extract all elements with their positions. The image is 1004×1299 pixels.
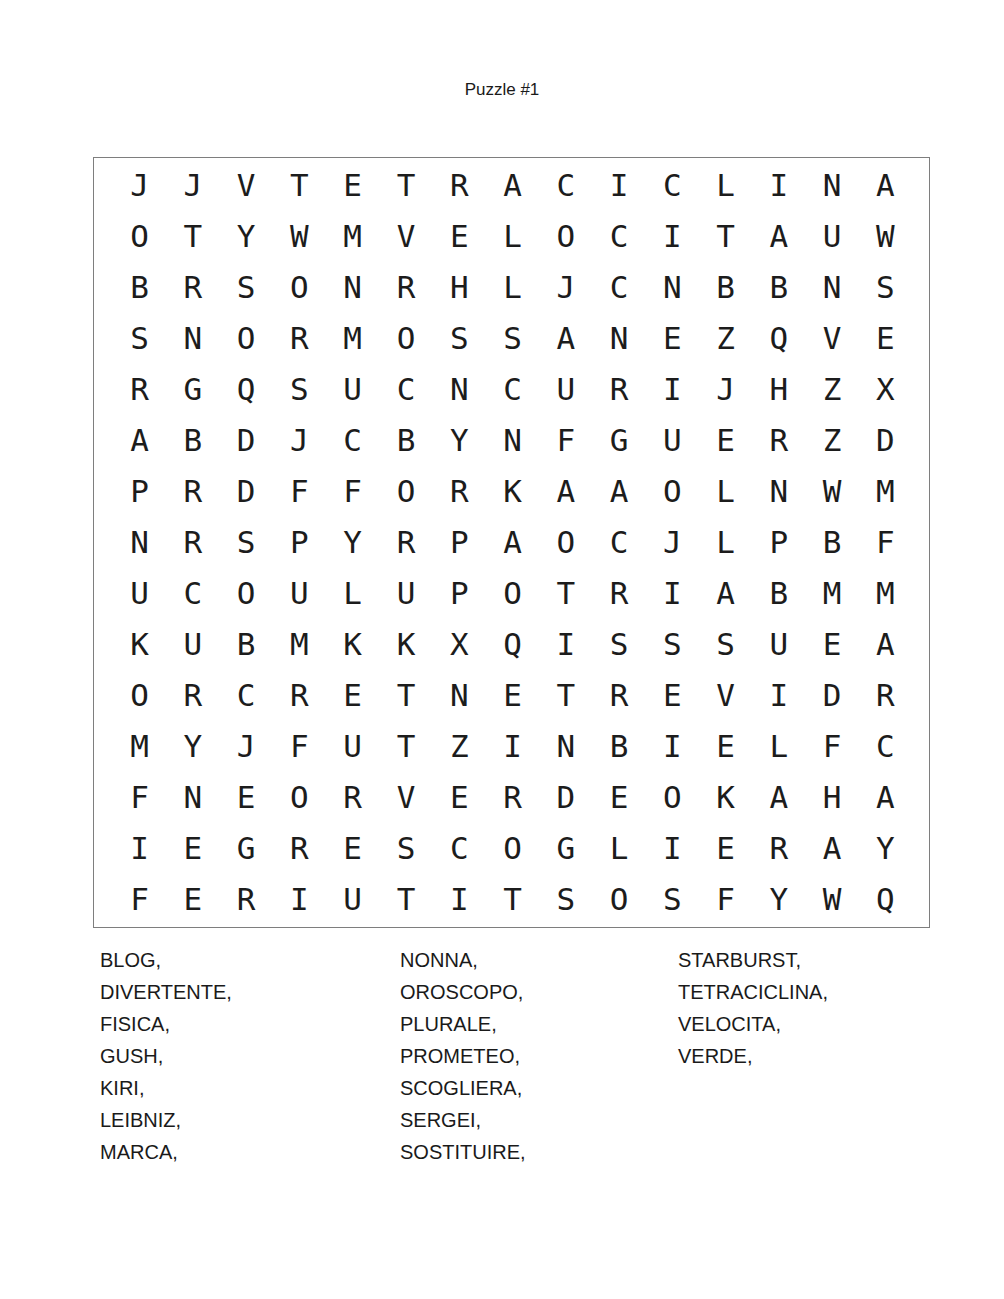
grid-cell: I	[646, 823, 699, 874]
grid-cell: P	[433, 517, 486, 568]
grid-cell: P	[113, 466, 166, 517]
grid-cell: H	[752, 364, 805, 415]
grid-cell: V	[805, 313, 858, 364]
grid-cell: P	[433, 568, 486, 619]
grid-cell: U	[326, 721, 379, 772]
grid-cell: U	[113, 568, 166, 619]
grid-cell: G	[592, 415, 645, 466]
grid-cell: E	[646, 313, 699, 364]
grid-cell: J	[220, 721, 273, 772]
word-item: VERDE,	[678, 1040, 828, 1072]
grid-cell: N	[326, 262, 379, 313]
grid-cell: E	[433, 211, 486, 262]
grid-cell: S	[220, 517, 273, 568]
grid-cell: E	[486, 670, 539, 721]
grid-cell: R	[166, 262, 219, 313]
grid-cell: E	[699, 415, 752, 466]
grid-cell: O	[646, 772, 699, 823]
grid-cell: K	[379, 619, 432, 670]
puzzle-title: Puzzle #1	[0, 80, 1004, 100]
grid-cell: J	[539, 262, 592, 313]
grid-cell: L	[699, 517, 752, 568]
grid-cell: E	[166, 874, 219, 925]
grid-cell: U	[539, 364, 592, 415]
grid-cell: B	[752, 568, 805, 619]
word-list-column-2: NONNA,OROSCOPO,PLURALE,PROMETEO,SCOGLIER…	[400, 944, 526, 1168]
word-item: PROMETEO,	[400, 1040, 526, 1072]
grid-cell: U	[166, 619, 219, 670]
grid-cell: M	[326, 313, 379, 364]
grid-cell: V	[220, 160, 273, 211]
grid-cell: Y	[166, 721, 219, 772]
grid-cell: K	[486, 466, 539, 517]
grid-cell: D	[220, 466, 273, 517]
grid-cell: K	[113, 619, 166, 670]
grid-cell: R	[166, 517, 219, 568]
grid-cell: R	[113, 364, 166, 415]
grid-cell: O	[379, 313, 432, 364]
grid-cell: K	[699, 772, 752, 823]
grid-cell: A	[859, 772, 912, 823]
grid-cell: C	[220, 670, 273, 721]
grid-cell: M	[113, 721, 166, 772]
grid-cell: I	[113, 823, 166, 874]
grid-cell: O	[539, 211, 592, 262]
grid-cell: O	[539, 517, 592, 568]
grid-cell: R	[273, 823, 326, 874]
grid-cell: D	[539, 772, 592, 823]
grid-cell: D	[805, 670, 858, 721]
grid-cell: F	[113, 874, 166, 925]
grid-cell: U	[326, 874, 379, 925]
grid-cell: M	[859, 466, 912, 517]
word-item: TETRACICLINA,	[678, 976, 828, 1008]
grid-cell: C	[539, 160, 592, 211]
grid-cell: N	[539, 721, 592, 772]
grid-cell: F	[539, 415, 592, 466]
grid-cell: R	[273, 313, 326, 364]
grid-cell: M	[326, 211, 379, 262]
grid-cell: X	[859, 364, 912, 415]
grid-cell: S	[433, 313, 486, 364]
grid-cell: C	[859, 721, 912, 772]
grid-cell: R	[752, 415, 805, 466]
grid-cell: W	[805, 466, 858, 517]
grid-cell: U	[379, 568, 432, 619]
grid-cell: Y	[752, 874, 805, 925]
grid-cell: F	[273, 721, 326, 772]
grid-cell: S	[486, 313, 539, 364]
grid-cell: E	[326, 670, 379, 721]
grid-cell: R	[592, 568, 645, 619]
grid-cell: R	[433, 160, 486, 211]
grid-cell: L	[486, 211, 539, 262]
grid-cell: C	[592, 517, 645, 568]
grid-cell: Y	[220, 211, 273, 262]
grid-cell: F	[805, 721, 858, 772]
grid-cell: W	[273, 211, 326, 262]
grid-cell: O	[379, 466, 432, 517]
grid-cell: L	[592, 823, 645, 874]
grid-cell: R	[220, 874, 273, 925]
grid-cell: T	[273, 160, 326, 211]
word-item: PLURALE,	[400, 1008, 526, 1040]
grid-cell: E	[166, 823, 219, 874]
grid-cell: U	[805, 211, 858, 262]
grid-cell: O	[592, 874, 645, 925]
grid-cell: A	[539, 313, 592, 364]
grid-cell: O	[486, 823, 539, 874]
grid-cell: N	[752, 466, 805, 517]
grid-cell: B	[113, 262, 166, 313]
grid-cell: N	[166, 313, 219, 364]
word-item: FISICA,	[100, 1008, 232, 1040]
grid-cell: F	[699, 874, 752, 925]
grid-cell: S	[379, 823, 432, 874]
grid-cell: E	[592, 772, 645, 823]
grid-cell: I	[752, 670, 805, 721]
grid-cell: R	[379, 262, 432, 313]
grid-cell: T	[379, 874, 432, 925]
grid-cell: A	[539, 466, 592, 517]
grid-cell: O	[273, 262, 326, 313]
grid-cell: N	[433, 670, 486, 721]
puzzle-page: Puzzle #1 JJVTETRACICLINAOTYWMVELOCITAUW…	[0, 0, 1004, 1299]
grid-cell: B	[220, 619, 273, 670]
grid-cell: T	[379, 160, 432, 211]
grid-cell: O	[486, 568, 539, 619]
grid-cell: T	[166, 211, 219, 262]
grid-cell: I	[646, 568, 699, 619]
grid-cell: A	[805, 823, 858, 874]
grid-cell: N	[805, 160, 858, 211]
grid-cell: B	[166, 415, 219, 466]
grid-cell: D	[859, 415, 912, 466]
grid-cell: B	[805, 517, 858, 568]
grid-cell: C	[646, 160, 699, 211]
grid-cell: U	[752, 619, 805, 670]
word-item: STARBURST,	[678, 944, 828, 976]
grid-cell: T	[539, 670, 592, 721]
grid-cell: P	[273, 517, 326, 568]
grid-cell: T	[379, 670, 432, 721]
grid-cell: G	[539, 823, 592, 874]
word-item: BLOG,	[100, 944, 232, 976]
grid-cell: O	[646, 466, 699, 517]
grid-cell: N	[805, 262, 858, 313]
grid-cell: B	[699, 262, 752, 313]
grid-cell: W	[859, 211, 912, 262]
grid-cell: Z	[433, 721, 486, 772]
grid-cell: R	[166, 670, 219, 721]
grid-cell: Q	[859, 874, 912, 925]
grid-cell: R	[433, 466, 486, 517]
grid-cell: N	[113, 517, 166, 568]
word-item: SCOGLIERA,	[400, 1072, 526, 1104]
grid-cell: M	[805, 568, 858, 619]
grid-cell: T	[486, 874, 539, 925]
grid-cell: N	[646, 262, 699, 313]
grid-cell: Q	[220, 364, 273, 415]
grid-cell: L	[699, 466, 752, 517]
grid-cell: I	[646, 721, 699, 772]
grid-cell: H	[433, 262, 486, 313]
word-list-column-1: BLOG,DIVERTENTE,FISICA,GUSH,KIRI,LEIBNIZ…	[100, 944, 232, 1168]
grid-cell: C	[326, 415, 379, 466]
grid-cell: V	[699, 670, 752, 721]
grid-cell: Y	[433, 415, 486, 466]
grid-cell: O	[113, 211, 166, 262]
grid-cell: E	[220, 772, 273, 823]
grid-cell: L	[699, 160, 752, 211]
grid-cell: C	[486, 364, 539, 415]
grid-cell: R	[592, 670, 645, 721]
grid-cell: Q	[486, 619, 539, 670]
grid-cell: C	[592, 211, 645, 262]
grid-cell: J	[166, 160, 219, 211]
grid-cell: T	[699, 211, 752, 262]
grid-cell: B	[752, 262, 805, 313]
grid-cell: E	[646, 670, 699, 721]
grid-cell: B	[379, 415, 432, 466]
grid-cell: N	[433, 364, 486, 415]
grid-cell: A	[859, 619, 912, 670]
grid-cell: O	[273, 772, 326, 823]
grid-cell: W	[805, 874, 858, 925]
grid-cell: Y	[859, 823, 912, 874]
grid-cell: E	[805, 619, 858, 670]
grid-cell: A	[859, 160, 912, 211]
grid-cell: U	[646, 415, 699, 466]
grid-cell: E	[859, 313, 912, 364]
grid-cell: B	[592, 721, 645, 772]
grid-cell: S	[539, 874, 592, 925]
word-item: NONNA,	[400, 944, 526, 976]
grid-cell: R	[166, 466, 219, 517]
grid-cell: N	[486, 415, 539, 466]
grid-cell: E	[699, 823, 752, 874]
grid-cell: U	[273, 568, 326, 619]
grid-cell: A	[752, 772, 805, 823]
grid-cell: L	[752, 721, 805, 772]
grid-cell: Z	[805, 364, 858, 415]
grid-cell: I	[646, 211, 699, 262]
grid-cell: C	[433, 823, 486, 874]
grid-cell: E	[326, 823, 379, 874]
grid-cell: S	[646, 874, 699, 925]
word-item: DIVERTENTE,	[100, 976, 232, 1008]
grid-cell: R	[752, 823, 805, 874]
grid-cell: Z	[805, 415, 858, 466]
grid-cell: A	[699, 568, 752, 619]
grid-cell: L	[486, 262, 539, 313]
grid-cell: J	[273, 415, 326, 466]
grid-cell: C	[166, 568, 219, 619]
grid-cell: M	[273, 619, 326, 670]
grid-cell: Z	[699, 313, 752, 364]
grid-cell: M	[859, 568, 912, 619]
grid-cell: A	[752, 211, 805, 262]
grid-cell: S	[220, 262, 273, 313]
grid-cell: S	[592, 619, 645, 670]
grid-cell: C	[379, 364, 432, 415]
word-item: LEIBNIZ,	[100, 1104, 232, 1136]
grid-cell: J	[699, 364, 752, 415]
grid-cell: R	[592, 364, 645, 415]
grid-cell: T	[379, 721, 432, 772]
grid-cell: I	[433, 874, 486, 925]
grid-cell: F	[113, 772, 166, 823]
grid-cell: C	[592, 262, 645, 313]
grid-cell: L	[326, 568, 379, 619]
grid-cell: I	[273, 874, 326, 925]
grid-cell: I	[752, 160, 805, 211]
grid-cell: R	[326, 772, 379, 823]
grid-cell: S	[646, 619, 699, 670]
word-list-column-3: STARBURST,TETRACICLINA,VELOCITA,VERDE,	[678, 944, 828, 1072]
grid-cell: H	[805, 772, 858, 823]
word-item: GUSH,	[100, 1040, 232, 1072]
grid-cell: N	[592, 313, 645, 364]
grid-cell: T	[539, 568, 592, 619]
word-item: SERGEI,	[400, 1104, 526, 1136]
word-item: KIRI,	[100, 1072, 232, 1104]
word-item: MARCA,	[100, 1136, 232, 1168]
grid-cell: A	[486, 517, 539, 568]
grid-cell: E	[326, 160, 379, 211]
grid-cell: A	[113, 415, 166, 466]
grid-cell: A	[592, 466, 645, 517]
grid-cell: P	[752, 517, 805, 568]
grid-cell: J	[113, 160, 166, 211]
word-item: OROSCOPO,	[400, 976, 526, 1008]
grid-cell: I	[646, 364, 699, 415]
grid-cell: R	[859, 670, 912, 721]
grid-cell: X	[433, 619, 486, 670]
grid-cell: F	[859, 517, 912, 568]
grid-cell: I	[592, 160, 645, 211]
grid-cell: J	[646, 517, 699, 568]
grid-cell: O	[113, 670, 166, 721]
grid-cell: I	[486, 721, 539, 772]
word-item: SOSTITUIRE,	[400, 1136, 526, 1168]
grid-cell: R	[273, 670, 326, 721]
grid-cell: F	[326, 466, 379, 517]
word-grid: JJVTETRACICLINAOTYWMVELOCITAUWBRSONRHLJC…	[93, 157, 930, 928]
grid-cell: R	[486, 772, 539, 823]
grid-cell: G	[220, 823, 273, 874]
grid-cell: U	[326, 364, 379, 415]
grid-cell: V	[379, 211, 432, 262]
grid-cell: N	[166, 772, 219, 823]
grid-cell: S	[859, 262, 912, 313]
grid-cell: S	[113, 313, 166, 364]
grid-cell: S	[699, 619, 752, 670]
grid-cell: D	[220, 415, 273, 466]
grid-cell: S	[273, 364, 326, 415]
grid-cell: E	[699, 721, 752, 772]
grid-cell: Q	[752, 313, 805, 364]
grid-cell: R	[379, 517, 432, 568]
grid-cell: V	[379, 772, 432, 823]
grid-cell: Y	[326, 517, 379, 568]
word-item: VELOCITA,	[678, 1008, 828, 1040]
grid-cell: O	[220, 313, 273, 364]
grid-cell: I	[539, 619, 592, 670]
grid-cell: F	[273, 466, 326, 517]
grid-cell: K	[326, 619, 379, 670]
grid-cell: A	[486, 160, 539, 211]
grid-cell: G	[166, 364, 219, 415]
grid-cell: E	[433, 772, 486, 823]
grid-cell: O	[220, 568, 273, 619]
